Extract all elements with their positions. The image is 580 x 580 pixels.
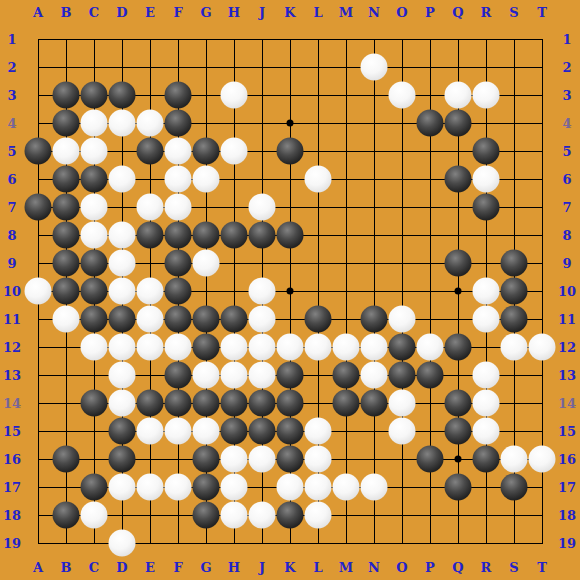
stone-O3[interactable] — [389, 82, 416, 109]
col-label-bottom-Q: Q — [452, 561, 463, 574]
stone-D10[interactable] — [109, 278, 136, 305]
stone-F17[interactable] — [165, 474, 192, 501]
col-label-bottom-C: C — [89, 561, 99, 574]
col-label-bottom-H: H — [228, 561, 240, 574]
stone-C11[interactable] — [81, 306, 108, 333]
stone-G14[interactable] — [193, 390, 220, 417]
row-label-right-6: 6 — [562, 173, 571, 186]
stone-S17[interactable] — [501, 474, 528, 501]
row-label-right-18: 18 — [558, 509, 576, 522]
stone-O12[interactable] — [389, 334, 416, 361]
stone-H18[interactable] — [221, 502, 248, 529]
col-label-bottom-S: S — [509, 561, 518, 574]
stone-H11[interactable] — [221, 306, 248, 333]
stone-B4[interactable] — [53, 110, 80, 137]
stone-C10[interactable] — [81, 278, 108, 305]
go-board[interactable]: AABBCCDDEEFFGGHHJJKKLLMMNNOOPPQQRRSSTT11… — [0, 0, 580, 580]
stone-T16[interactable] — [529, 446, 556, 473]
stone-D13[interactable] — [109, 362, 136, 389]
stone-M13[interactable] — [333, 362, 360, 389]
stone-G9[interactable] — [193, 250, 220, 277]
col-label-top-T: T — [537, 6, 547, 19]
stone-Q6[interactable] — [445, 166, 472, 193]
stone-C5[interactable] — [81, 138, 108, 165]
stone-K14[interactable] — [277, 390, 304, 417]
stone-R16[interactable] — [473, 446, 500, 473]
stone-D3[interactable] — [109, 82, 136, 109]
col-label-bottom-B: B — [61, 561, 72, 574]
stone-N17[interactable] — [361, 474, 388, 501]
stone-E4[interactable] — [137, 110, 164, 137]
stone-B6[interactable] — [53, 166, 80, 193]
stone-H17[interactable] — [221, 474, 248, 501]
stone-R7[interactable] — [473, 194, 500, 221]
stone-R14[interactable] — [473, 390, 500, 417]
stone-F14[interactable] — [165, 390, 192, 417]
stone-F12[interactable] — [165, 334, 192, 361]
stone-A7[interactable] — [25, 194, 52, 221]
stone-D16[interactable] — [109, 446, 136, 473]
col-label-top-S: S — [509, 6, 518, 19]
stone-B18[interactable] — [53, 502, 80, 529]
stone-H15[interactable] — [221, 418, 248, 445]
star-point-Q10 — [455, 288, 462, 295]
stone-C9[interactable] — [81, 250, 108, 277]
stone-J12[interactable] — [249, 334, 276, 361]
stone-D11[interactable] — [109, 306, 136, 333]
row-label-right-4: 4 — [562, 117, 571, 130]
stone-K15[interactable] — [277, 418, 304, 445]
row-label-left-2: 2 — [7, 61, 16, 74]
stone-P4[interactable] — [417, 110, 444, 137]
stone-G18[interactable] — [193, 502, 220, 529]
stone-E8[interactable] — [137, 222, 164, 249]
stone-E11[interactable] — [137, 306, 164, 333]
stone-H13[interactable] — [221, 362, 248, 389]
row-label-right-11: 11 — [558, 313, 576, 326]
row-label-left-14: 14 — [3, 397, 21, 410]
stone-N2[interactable] — [361, 54, 388, 81]
col-label-bottom-P: P — [425, 561, 435, 574]
stone-P12[interactable] — [417, 334, 444, 361]
col-label-bottom-F: F — [173, 561, 182, 574]
stone-A5[interactable] — [25, 138, 52, 165]
row-label-left-11: 11 — [3, 313, 21, 326]
stone-F5[interactable] — [165, 138, 192, 165]
stone-K17[interactable] — [277, 474, 304, 501]
stone-K18[interactable] — [277, 502, 304, 529]
stone-D12[interactable] — [109, 334, 136, 361]
stone-J7[interactable] — [249, 194, 276, 221]
stone-H14[interactable] — [221, 390, 248, 417]
stone-H16[interactable] — [221, 446, 248, 473]
row-label-right-10: 10 — [558, 285, 576, 298]
stone-S11[interactable] — [501, 306, 528, 333]
stone-M14[interactable] — [333, 390, 360, 417]
row-label-left-19: 19 — [3, 537, 21, 550]
stone-F9[interactable] — [165, 250, 192, 277]
row-label-right-19: 19 — [558, 537, 576, 550]
stone-C8[interactable] — [81, 222, 108, 249]
stone-F7[interactable] — [165, 194, 192, 221]
col-label-bottom-E: E — [145, 561, 155, 574]
stone-C4[interactable] — [81, 110, 108, 137]
stone-K12[interactable] — [277, 334, 304, 361]
col-label-top-H: H — [228, 6, 240, 19]
stone-L11[interactable] — [305, 306, 332, 333]
stone-Q3[interactable] — [445, 82, 472, 109]
row-label-left-12: 12 — [3, 341, 21, 354]
row-label-right-16: 16 — [558, 453, 576, 466]
stone-G15[interactable] — [193, 418, 220, 445]
stone-Q15[interactable] — [445, 418, 472, 445]
stone-S10[interactable] — [501, 278, 528, 305]
row-label-right-7: 7 — [562, 201, 571, 214]
stone-P16[interactable] — [417, 446, 444, 473]
stone-B11[interactable] — [53, 306, 80, 333]
col-label-top-F: F — [173, 6, 182, 19]
stone-H12[interactable] — [221, 334, 248, 361]
col-label-bottom-L: L — [313, 561, 322, 574]
stone-G16[interactable] — [193, 446, 220, 473]
stone-C6[interactable] — [81, 166, 108, 193]
stone-M12[interactable] — [333, 334, 360, 361]
stone-J11[interactable] — [249, 306, 276, 333]
stone-R3[interactable] — [473, 82, 500, 109]
stone-F15[interactable] — [165, 418, 192, 445]
stone-Q9[interactable] — [445, 250, 472, 277]
stone-N11[interactable] — [361, 306, 388, 333]
col-label-bottom-A: A — [33, 561, 43, 574]
row-label-right-1: 1 — [562, 33, 571, 46]
row-label-left-6: 6 — [7, 173, 16, 186]
stone-B10[interactable] — [53, 278, 80, 305]
col-label-bottom-J: J — [259, 561, 265, 574]
star-point-Q16 — [455, 456, 462, 463]
col-label-top-E: E — [145, 6, 155, 19]
stone-F10[interactable] — [165, 278, 192, 305]
stone-C17[interactable] — [81, 474, 108, 501]
stone-K8[interactable] — [277, 222, 304, 249]
col-label-top-G: G — [200, 6, 211, 19]
stone-E14[interactable] — [137, 390, 164, 417]
stone-E5[interactable] — [137, 138, 164, 165]
col-label-bottom-O: O — [396, 561, 407, 574]
stone-E7[interactable] — [137, 194, 164, 221]
row-label-right-2: 2 — [562, 61, 571, 74]
stone-R10[interactable] — [473, 278, 500, 305]
stone-E10[interactable] — [137, 278, 164, 305]
stone-L12[interactable] — [305, 334, 332, 361]
stone-C3[interactable] — [81, 82, 108, 109]
stone-O13[interactable] — [389, 362, 416, 389]
stone-R5[interactable] — [473, 138, 500, 165]
stone-F8[interactable] — [165, 222, 192, 249]
col-label-bottom-T: T — [537, 561, 547, 574]
stone-Q4[interactable] — [445, 110, 472, 137]
row-label-left-3: 3 — [7, 89, 16, 102]
stone-H5[interactable] — [221, 138, 248, 165]
row-label-left-9: 9 — [7, 257, 16, 270]
col-label-bottom-D: D — [116, 561, 127, 574]
stone-R11[interactable] — [473, 306, 500, 333]
stone-G6[interactable] — [193, 166, 220, 193]
grid-line-vertical — [402, 39, 403, 544]
grid-line-vertical — [374, 39, 375, 544]
col-label-top-K: K — [284, 6, 295, 19]
stone-G5[interactable] — [193, 138, 220, 165]
stone-G17[interactable] — [193, 474, 220, 501]
col-label-top-C: C — [89, 6, 99, 19]
stone-L18[interactable] — [305, 502, 332, 529]
stone-D14[interactable] — [109, 390, 136, 417]
row-label-left-15: 15 — [3, 425, 21, 438]
stone-B3[interactable] — [53, 82, 80, 109]
row-label-left-8: 8 — [7, 229, 16, 242]
stone-J10[interactable] — [249, 278, 276, 305]
row-label-right-5: 5 — [562, 145, 571, 158]
stone-J15[interactable] — [249, 418, 276, 445]
stone-Q12[interactable] — [445, 334, 472, 361]
row-label-right-17: 17 — [558, 481, 576, 494]
stone-R13[interactable] — [473, 362, 500, 389]
stone-J8[interactable] — [249, 222, 276, 249]
row-label-right-13: 13 — [558, 369, 576, 382]
stone-D9[interactable] — [109, 250, 136, 277]
stone-F3[interactable] — [165, 82, 192, 109]
stone-H8[interactable] — [221, 222, 248, 249]
stone-N12[interactable] — [361, 334, 388, 361]
stone-E17[interactable] — [137, 474, 164, 501]
stone-L17[interactable] — [305, 474, 332, 501]
stone-S9[interactable] — [501, 250, 528, 277]
stone-B16[interactable] — [53, 446, 80, 473]
star-point-K4 — [287, 120, 294, 127]
row-label-right-12: 12 — [558, 341, 576, 354]
stone-H3[interactable] — [221, 82, 248, 109]
col-label-top-R: R — [481, 6, 492, 19]
row-label-left-5: 5 — [7, 145, 16, 158]
col-label-top-J: J — [259, 6, 265, 19]
stone-C14[interactable] — [81, 390, 108, 417]
col-label-top-Q: Q — [452, 6, 463, 19]
stone-N13[interactable] — [361, 362, 388, 389]
stone-E15[interactable] — [137, 418, 164, 445]
stone-K13[interactable] — [277, 362, 304, 389]
stone-B9[interactable] — [53, 250, 80, 277]
stone-D8[interactable] — [109, 222, 136, 249]
stone-J16[interactable] — [249, 446, 276, 473]
stone-O14[interactable] — [389, 390, 416, 417]
row-label-left-4: 4 — [7, 117, 16, 130]
stone-J18[interactable] — [249, 502, 276, 529]
stone-C18[interactable] — [81, 502, 108, 529]
col-label-top-N: N — [368, 6, 380, 19]
col-label-bottom-G: G — [200, 561, 211, 574]
stone-Q14[interactable] — [445, 390, 472, 417]
stone-L16[interactable] — [305, 446, 332, 473]
stone-D15[interactable] — [109, 418, 136, 445]
col-label-top-M: M — [339, 6, 353, 19]
stone-G12[interactable] — [193, 334, 220, 361]
stone-T12[interactable] — [529, 334, 556, 361]
grid-line-vertical — [346, 39, 347, 544]
stone-M17[interactable] — [333, 474, 360, 501]
col-label-top-B: B — [61, 6, 72, 19]
star-point-K10 — [287, 288, 294, 295]
stone-C7[interactable] — [81, 194, 108, 221]
stone-D17[interactable] — [109, 474, 136, 501]
stone-O15[interactable] — [389, 418, 416, 445]
stone-S16[interactable] — [501, 446, 528, 473]
row-label-right-14: 14 — [558, 397, 576, 410]
stone-B8[interactable] — [53, 222, 80, 249]
row-label-left-17: 17 — [3, 481, 21, 494]
col-label-bottom-N: N — [368, 561, 380, 574]
stone-L6[interactable] — [305, 166, 332, 193]
stone-L15[interactable] — [305, 418, 332, 445]
row-label-right-3: 3 — [562, 89, 571, 102]
col-label-top-D: D — [116, 6, 127, 19]
col-label-top-P: P — [425, 6, 435, 19]
stone-A10[interactable] — [25, 278, 52, 305]
stone-F11[interactable] — [165, 306, 192, 333]
stone-B7[interactable] — [53, 194, 80, 221]
col-label-top-O: O — [396, 6, 407, 19]
stone-R15[interactable] — [473, 418, 500, 445]
stone-J14[interactable] — [249, 390, 276, 417]
stone-J13[interactable] — [249, 362, 276, 389]
stone-C12[interactable] — [81, 334, 108, 361]
row-label-left-1: 1 — [7, 33, 16, 46]
stone-E12[interactable] — [137, 334, 164, 361]
stone-P13[interactable] — [417, 362, 444, 389]
row-label-left-7: 7 — [7, 201, 16, 214]
stone-Q17[interactable] — [445, 474, 472, 501]
stone-F4[interactable] — [165, 110, 192, 137]
stone-B5[interactable] — [53, 138, 80, 165]
stone-K5[interactable] — [277, 138, 304, 165]
stone-F13[interactable] — [165, 362, 192, 389]
stone-G8[interactable] — [193, 222, 220, 249]
stone-N14[interactable] — [361, 390, 388, 417]
col-label-top-L: L — [313, 6, 322, 19]
row-label-right-8: 8 — [562, 229, 571, 242]
stone-K16[interactable] — [277, 446, 304, 473]
stone-O11[interactable] — [389, 306, 416, 333]
col-label-bottom-R: R — [481, 561, 492, 574]
stone-F6[interactable] — [165, 166, 192, 193]
row-label-right-15: 15 — [558, 425, 576, 438]
row-label-left-16: 16 — [3, 453, 21, 466]
stone-G11[interactable] — [193, 306, 220, 333]
stone-G13[interactable] — [193, 362, 220, 389]
stone-D6[interactable] — [109, 166, 136, 193]
row-label-left-10: 10 — [3, 285, 21, 298]
col-label-top-A: A — [33, 6, 43, 19]
col-label-bottom-M: M — [339, 561, 353, 574]
row-label-right-9: 9 — [562, 257, 571, 270]
row-label-left-13: 13 — [3, 369, 21, 382]
row-label-left-18: 18 — [3, 509, 21, 522]
col-label-bottom-K: K — [284, 561, 295, 574]
stone-R6[interactable] — [473, 166, 500, 193]
stone-D19[interactable] — [109, 530, 136, 557]
stone-S12[interactable] — [501, 334, 528, 361]
stone-D4[interactable] — [109, 110, 136, 137]
